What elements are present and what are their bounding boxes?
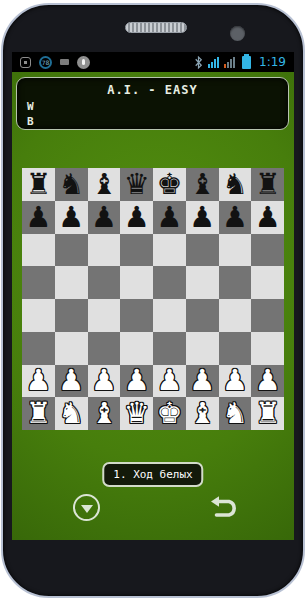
square[interactable]: ♟ [186,365,219,398]
square[interactable]: ♟ [153,365,186,398]
square[interactable]: ♟ [88,201,121,234]
square[interactable]: ♞ [55,397,88,430]
bluetooth-icon [194,56,203,69]
piece: ♜ [255,399,281,428]
piece: ♝ [189,170,215,199]
square[interactable]: ♝ [186,168,219,201]
square[interactable]: ♟ [88,365,121,398]
chess-board[interactable]: ♜♞♝♛♚♝♞♜♟♟♟♟♟♟♟♟♟♟♟♟♟♟♟♟♜♞♝♛♚♝♞♜ [22,168,284,430]
square[interactable]: ♟ [219,365,252,398]
square[interactable]: ♟ [55,365,88,398]
clock-text: 1:19 [259,55,286,69]
front-camera-icon [230,26,245,41]
undo-button[interactable] [210,495,240,521]
mic-icon [77,56,90,69]
game-info-panel: A.I. - EASY W B [16,77,289,130]
piece: ♚ [156,399,182,428]
piece: ♞ [222,399,248,428]
square[interactable] [88,299,121,332]
square[interactable]: ♟ [120,365,153,398]
screenshot: 78 1:19 A.I. - EASY W B [0,0,306,600]
square[interactable]: ♛ [120,397,153,430]
square[interactable] [219,234,252,267]
square[interactable]: ♟ [22,201,55,234]
square[interactable] [153,266,186,299]
square[interactable]: ♛ [120,168,153,201]
black-moves-column-label: B [27,115,34,128]
piece: ♛ [124,399,150,428]
square[interactable] [55,332,88,365]
square[interactable] [186,332,219,365]
piece: ♟ [222,366,248,395]
undo-arrow-icon [217,502,235,516]
piece: ♟ [156,203,182,232]
piece: ♞ [222,170,248,199]
square[interactable]: ♟ [153,201,186,234]
piece: ♟ [58,366,84,395]
piece: ♚ [156,170,182,199]
square[interactable] [251,234,284,267]
square[interactable] [88,234,121,267]
piece: ♟ [222,203,248,232]
piece: ♝ [91,170,117,199]
piece: ♟ [91,366,117,395]
piece: ♛ [124,170,150,199]
square[interactable] [251,332,284,365]
screen: 78 1:19 A.I. - EASY W B [12,52,294,540]
square[interactable]: ♜ [22,168,55,201]
square[interactable] [120,234,153,267]
notification-icon [20,57,31,68]
move-status-badge: 1. Ход белых [102,462,203,487]
square[interactable] [186,234,219,267]
square[interactable] [153,234,186,267]
square[interactable]: ♝ [88,397,121,430]
square[interactable] [186,299,219,332]
speaker-grille-icon [125,22,187,33]
battery-icon [242,56,251,69]
square[interactable] [153,332,186,365]
piece: ♟ [156,366,182,395]
signal-strong-icon [208,57,219,68]
square[interactable] [22,234,55,267]
piece: ♞ [58,399,84,428]
piece: ♟ [25,366,51,395]
piece: ♟ [255,203,281,232]
square[interactable] [219,299,252,332]
square[interactable]: ♟ [55,201,88,234]
piece: ♟ [189,366,215,395]
piece: ♟ [189,203,215,232]
signal-weak-icon [224,57,235,68]
square[interactable]: ♟ [22,365,55,398]
square[interactable] [120,266,153,299]
battery-percent-widget-icon: 78 [39,56,52,69]
square[interactable] [22,266,55,299]
square[interactable]: ♚ [153,168,186,201]
square[interactable]: ♟ [251,365,284,398]
square[interactable] [55,266,88,299]
square[interactable]: ♞ [219,397,252,430]
square[interactable] [120,299,153,332]
hide-panel-button[interactable] [73,494,100,521]
square[interactable] [55,299,88,332]
piece: ♜ [255,170,281,199]
square[interactable] [55,234,88,267]
square[interactable]: ♝ [88,168,121,201]
square[interactable] [153,299,186,332]
opponent-title: A.I. - EASY [17,83,288,97]
square[interactable]: ♟ [186,201,219,234]
square[interactable] [251,299,284,332]
square[interactable]: ♞ [219,168,252,201]
down-arrow-icon [81,505,93,513]
piece: ♟ [124,203,150,232]
piece: ♝ [189,399,215,428]
piece: ♟ [25,203,51,232]
square[interactable]: ♝ [186,397,219,430]
white-moves-column-label: W [27,100,34,113]
square[interactable]: ♞ [55,168,88,201]
square[interactable] [120,332,153,365]
square[interactable] [251,266,284,299]
square[interactable] [219,266,252,299]
piece: ♟ [58,203,84,232]
status-bar: 78 1:19 [12,52,294,72]
piece: ♞ [58,170,84,199]
square[interactable]: ♜ [22,397,55,430]
square[interactable]: ♜ [251,168,284,201]
square[interactable] [22,332,55,365]
square[interactable] [219,332,252,365]
square[interactable]: ♟ [219,201,252,234]
square[interactable] [22,299,55,332]
square[interactable]: ♟ [120,201,153,234]
piece: ♝ [91,399,117,428]
square[interactable] [186,266,219,299]
sdcard-icon [60,59,69,65]
square[interactable] [88,266,121,299]
piece: ♜ [25,170,51,199]
square[interactable] [88,332,121,365]
square[interactable]: ♜ [251,397,284,430]
piece: ♜ [25,399,51,428]
piece: ♟ [91,203,117,232]
piece: ♟ [255,366,281,395]
square[interactable]: ♚ [153,397,186,430]
square[interactable]: ♟ [251,201,284,234]
piece: ♟ [124,366,150,395]
